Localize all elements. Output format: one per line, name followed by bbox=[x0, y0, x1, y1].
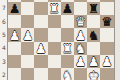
square-g7[interactable]: ♜ bbox=[87, 2, 100, 15]
square-b4[interactable] bbox=[21, 42, 34, 55]
square-b3[interactable] bbox=[21, 55, 34, 68]
square-h3[interactable]: ♟ bbox=[100, 55, 113, 68]
square-f3[interactable]: ♟ bbox=[74, 55, 87, 68]
square-a6[interactable] bbox=[8, 15, 21, 28]
square-f6[interactable]: ♛ bbox=[74, 15, 87, 28]
square-b7[interactable] bbox=[21, 2, 34, 15]
square-e4[interactable]: ♜ bbox=[61, 42, 74, 55]
piece-white-pawn[interactable]: ♟ bbox=[75, 55, 86, 68]
square-a4[interactable] bbox=[8, 42, 21, 55]
square-b2[interactable] bbox=[21, 68, 34, 80]
square-g5[interactable]: ♞ bbox=[87, 28, 100, 41]
rank-label-6: 6 bbox=[0, 19, 8, 25]
square-c5[interactable] bbox=[34, 28, 47, 41]
square-e3[interactable] bbox=[61, 55, 74, 68]
square-a3[interactable] bbox=[8, 55, 21, 68]
piece-black-pawn[interactable]: ♟ bbox=[9, 2, 20, 15]
piece-white-knight[interactable]: ♞ bbox=[75, 42, 86, 55]
square-g4[interactable] bbox=[87, 42, 100, 55]
square-c6[interactable] bbox=[34, 15, 47, 28]
square-f2[interactable] bbox=[74, 68, 87, 80]
square-c3[interactable] bbox=[34, 55, 47, 68]
square-h2[interactable] bbox=[100, 68, 113, 80]
piece-white-pawn[interactable]: ♟ bbox=[9, 29, 20, 42]
square-a5[interactable]: ♟ bbox=[8, 28, 21, 41]
square-c4[interactable]: ♟ bbox=[34, 42, 47, 55]
piece-white-king[interactable]: ♚ bbox=[88, 69, 99, 80]
square-e5[interactable] bbox=[61, 28, 74, 41]
rank-label-4: 4 bbox=[0, 45, 8, 51]
chess-diagram: 765432 ♞♝♚♜♟♜♟♜♛♛♟♟♟♞♟♜♞♟♟♟♞♚ bbox=[0, 0, 120, 80]
rank-labels: 765432 bbox=[0, 0, 8, 80]
piece-black-pawn[interactable]: ♟ bbox=[62, 2, 73, 15]
square-f5[interactable]: ♟ bbox=[74, 28, 87, 41]
square-d5[interactable] bbox=[48, 28, 61, 41]
square-c7[interactable] bbox=[34, 2, 47, 15]
square-e2[interactable]: ♞ bbox=[61, 68, 74, 80]
chess-board[interactable]: ♞♝♚♜♟♜♟♜♛♛♟♟♟♞♟♜♞♟♟♟♞♚ bbox=[8, 0, 114, 80]
square-c2[interactable] bbox=[34, 68, 47, 80]
square-d6[interactable] bbox=[48, 15, 61, 28]
piece-black-queen[interactable]: ♛ bbox=[101, 15, 112, 28]
square-d3[interactable] bbox=[48, 55, 61, 68]
square-f7[interactable] bbox=[74, 2, 87, 15]
rank-label-5: 5 bbox=[0, 32, 8, 38]
piece-white-pawn[interactable]: ♟ bbox=[101, 55, 112, 68]
square-d4[interactable] bbox=[48, 42, 61, 55]
piece-white-pawn[interactable]: ♟ bbox=[35, 42, 46, 55]
square-e7[interactable]: ♟ bbox=[61, 2, 74, 15]
piece-black-knight[interactable]: ♞ bbox=[88, 29, 99, 42]
piece-white-pawn[interactable]: ♟ bbox=[88, 55, 99, 68]
board-right-margin bbox=[115, 0, 120, 80]
piece-white-queen[interactable]: ♛ bbox=[75, 15, 86, 28]
square-h7[interactable] bbox=[100, 2, 113, 15]
square-g3[interactable]: ♟ bbox=[87, 55, 100, 68]
square-f4[interactable]: ♞ bbox=[74, 42, 87, 55]
piece-white-rook[interactable]: ♜ bbox=[49, 2, 60, 15]
square-b5[interactable]: ♟ bbox=[21, 28, 34, 41]
piece-white-rook[interactable]: ♜ bbox=[62, 42, 73, 55]
piece-white-pawn[interactable]: ♟ bbox=[75, 29, 86, 42]
piece-black-rook[interactable]: ♜ bbox=[88, 2, 99, 15]
square-h6[interactable]: ♛ bbox=[100, 15, 113, 28]
square-a7[interactable]: ♟ bbox=[8, 2, 21, 15]
rank-label-3: 3 bbox=[0, 59, 8, 65]
square-e6[interactable] bbox=[61, 15, 74, 28]
square-d7[interactable]: ♜ bbox=[48, 2, 61, 15]
square-d2[interactable] bbox=[48, 68, 61, 80]
square-b6[interactable] bbox=[21, 15, 34, 28]
square-a2[interactable] bbox=[8, 68, 21, 80]
square-g2[interactable]: ♚ bbox=[87, 68, 100, 80]
square-h4[interactable] bbox=[100, 42, 113, 55]
square-h5[interactable] bbox=[100, 28, 113, 41]
square-g6[interactable] bbox=[87, 15, 100, 28]
piece-white-knight[interactable]: ♞ bbox=[62, 69, 73, 80]
piece-white-pawn[interactable]: ♟ bbox=[22, 29, 33, 42]
rank-label-7: 7 bbox=[0, 5, 8, 11]
rank-label-2: 2 bbox=[0, 72, 8, 78]
